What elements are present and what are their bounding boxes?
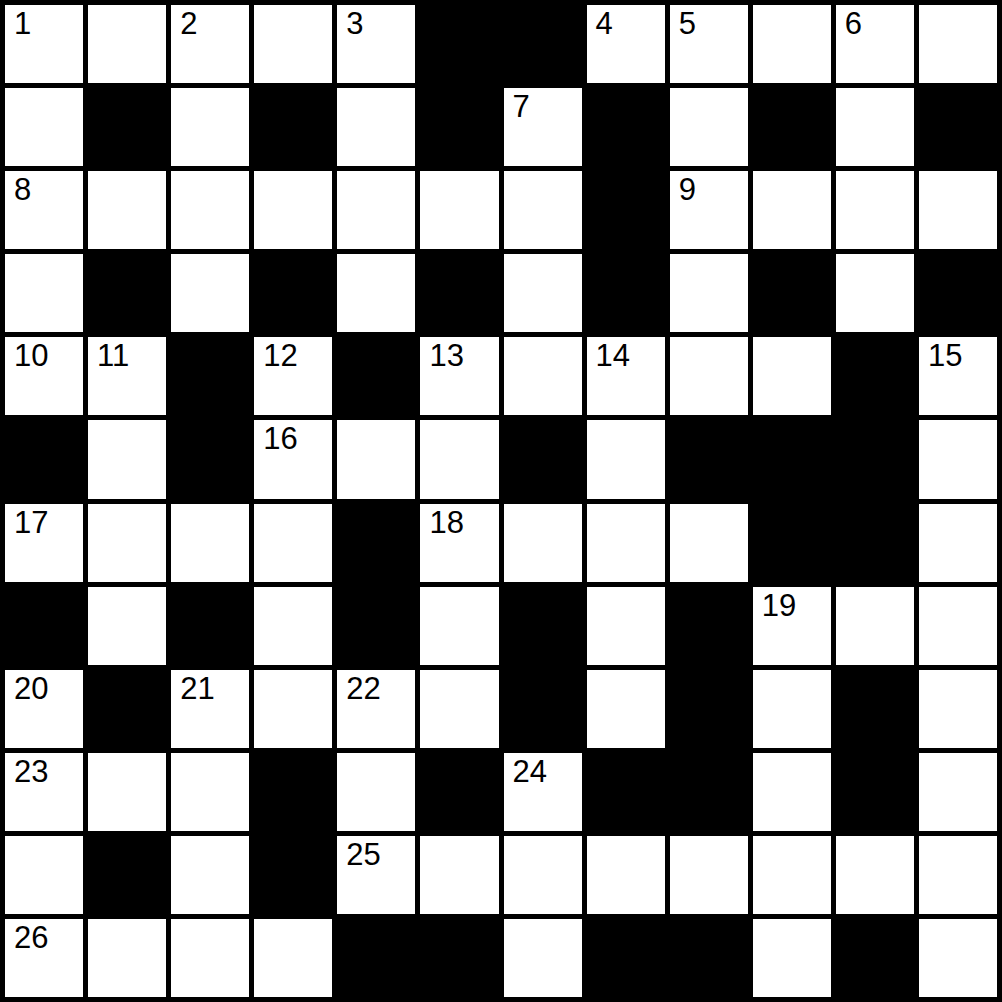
white-cell[interactable] [504, 337, 582, 415]
white-cell[interactable] [753, 670, 831, 748]
clue-number: 12 [263, 338, 297, 374]
white-cell[interactable]: 18 [420, 504, 498, 582]
white-cell[interactable] [836, 88, 914, 166]
white-cell[interactable] [587, 504, 665, 582]
black-cell [753, 88, 831, 166]
black-cell [88, 254, 166, 332]
white-cell[interactable] [5, 254, 83, 332]
white-cell[interactable] [670, 836, 748, 914]
white-cell[interactable]: 23 [5, 753, 83, 831]
white-cell[interactable] [337, 88, 415, 166]
clue-number: 5 [679, 6, 696, 42]
clue-number: 24 [513, 754, 547, 790]
white-cell[interactable] [504, 254, 582, 332]
clue-number: 3 [346, 6, 363, 42]
white-cell[interactable] [254, 587, 332, 665]
black-cell [504, 670, 582, 748]
white-cell[interactable] [753, 836, 831, 914]
white-cell[interactable] [670, 337, 748, 415]
black-cell [420, 919, 498, 997]
clue-number: 10 [14, 338, 48, 374]
white-cell[interactable] [254, 919, 332, 997]
clue-number: 21 [180, 671, 214, 707]
white-cell[interactable] [753, 171, 831, 249]
white-cell[interactable] [587, 836, 665, 914]
white-cell[interactable]: 3 [337, 5, 415, 83]
clue-number: 13 [429, 338, 463, 374]
black-cell [420, 254, 498, 332]
clue-number: 4 [596, 6, 613, 42]
white-cell[interactable] [88, 5, 166, 83]
clue-number: 6 [845, 6, 862, 42]
black-cell [504, 587, 582, 665]
black-cell [670, 919, 748, 997]
white-cell[interactable] [919, 919, 997, 997]
white-cell[interactable] [88, 587, 166, 665]
white-cell[interactable]: 15 [919, 337, 997, 415]
black-cell [836, 753, 914, 831]
white-cell[interactable]: 1 [5, 5, 83, 83]
white-cell[interactable] [171, 88, 249, 166]
black-cell [753, 504, 831, 582]
white-cell[interactable] [337, 420, 415, 498]
white-cell[interactable] [337, 753, 415, 831]
white-cell[interactable]: 5 [670, 5, 748, 83]
white-cell[interactable] [919, 836, 997, 914]
white-cell[interactable] [88, 504, 166, 582]
white-cell[interactable]: 13 [420, 337, 498, 415]
white-cell[interactable] [753, 337, 831, 415]
black-cell [337, 504, 415, 582]
white-cell[interactable] [420, 670, 498, 748]
white-cell[interactable] [171, 504, 249, 582]
white-cell[interactable]: 20 [5, 670, 83, 748]
clue-number: 15 [928, 338, 962, 374]
black-cell [670, 753, 748, 831]
clue-number: 2 [180, 6, 197, 42]
white-cell[interactable]: 11 [88, 337, 166, 415]
black-cell [171, 420, 249, 498]
white-cell[interactable] [504, 504, 582, 582]
black-cell [670, 587, 748, 665]
clue-number: 20 [14, 671, 48, 707]
black-cell [254, 254, 332, 332]
black-cell [504, 420, 582, 498]
black-cell [420, 88, 498, 166]
white-cell[interactable]: 2 [171, 5, 249, 83]
white-cell[interactable] [171, 171, 249, 249]
white-cell[interactable] [587, 587, 665, 665]
white-cell[interactable]: 6 [836, 5, 914, 83]
white-cell[interactable] [420, 171, 498, 249]
white-cell[interactable]: 22 [337, 670, 415, 748]
white-cell[interactable] [420, 836, 498, 914]
white-cell[interactable] [753, 753, 831, 831]
white-cell[interactable]: 17 [5, 504, 83, 582]
white-cell[interactable] [753, 5, 831, 83]
white-cell[interactable] [171, 753, 249, 831]
white-cell[interactable]: 19 [753, 587, 831, 665]
white-cell[interactable] [919, 420, 997, 498]
white-cell[interactable] [254, 5, 332, 83]
black-cell [587, 254, 665, 332]
white-cell[interactable] [88, 919, 166, 997]
black-cell [254, 753, 332, 831]
white-cell[interactable] [5, 836, 83, 914]
white-cell[interactable] [670, 88, 748, 166]
clue-number: 23 [14, 754, 48, 790]
black-cell [88, 88, 166, 166]
black-cell [5, 587, 83, 665]
black-cell [420, 753, 498, 831]
white-cell[interactable]: 21 [171, 670, 249, 748]
black-cell [171, 587, 249, 665]
white-cell[interactable] [337, 171, 415, 249]
black-cell [753, 254, 831, 332]
black-cell [5, 420, 83, 498]
white-cell[interactable]: 8 [5, 171, 83, 249]
black-cell [587, 88, 665, 166]
black-cell [670, 420, 748, 498]
white-cell[interactable] [919, 753, 997, 831]
black-cell [171, 337, 249, 415]
white-cell[interactable] [670, 254, 748, 332]
black-cell [337, 337, 415, 415]
clue-number: 8 [14, 172, 31, 208]
black-cell [919, 88, 997, 166]
black-cell [504, 5, 582, 83]
clue-number: 16 [263, 421, 297, 457]
white-cell[interactable] [587, 420, 665, 498]
black-cell [337, 587, 415, 665]
white-cell[interactable] [587, 670, 665, 748]
black-cell [836, 504, 914, 582]
white-cell[interactable] [254, 171, 332, 249]
clue-number: 25 [346, 837, 380, 873]
white-cell[interactable] [919, 171, 997, 249]
white-cell[interactable]: 26 [5, 919, 83, 997]
white-cell[interactable] [171, 919, 249, 997]
black-cell [753, 420, 831, 498]
white-cell[interactable] [420, 420, 498, 498]
black-cell [836, 670, 914, 748]
white-cell[interactable] [836, 254, 914, 332]
white-cell[interactable] [171, 254, 249, 332]
black-cell [587, 919, 665, 997]
white-cell[interactable]: 16 [254, 420, 332, 498]
white-cell[interactable]: 12 [254, 337, 332, 415]
black-cell [420, 5, 498, 83]
white-cell[interactable] [337, 254, 415, 332]
white-cell[interactable] [254, 504, 332, 582]
black-cell [254, 88, 332, 166]
black-cell [836, 337, 914, 415]
white-cell[interactable] [753, 919, 831, 997]
black-cell [919, 254, 997, 332]
white-cell[interactable] [171, 836, 249, 914]
white-cell[interactable] [504, 171, 582, 249]
clue-number: 7 [513, 89, 530, 125]
white-cell[interactable] [88, 753, 166, 831]
clue-number: 26 [14, 920, 48, 956]
white-cell[interactable]: 10 [5, 337, 83, 415]
white-cell[interactable]: 24 [504, 753, 582, 831]
clue-number: 11 [97, 338, 129, 374]
black-cell [337, 919, 415, 997]
black-cell [587, 171, 665, 249]
black-cell [836, 420, 914, 498]
white-cell[interactable] [919, 670, 997, 748]
black-cell [587, 753, 665, 831]
white-cell[interactable]: 4 [587, 5, 665, 83]
white-cell[interactable] [254, 670, 332, 748]
black-cell [88, 836, 166, 914]
clue-number: 19 [762, 588, 796, 624]
black-cell [670, 670, 748, 748]
white-cell[interactable] [836, 587, 914, 665]
white-cell[interactable] [88, 171, 166, 249]
white-cell[interactable] [88, 420, 166, 498]
white-cell[interactable] [670, 504, 748, 582]
clue-number: 1 [14, 6, 31, 42]
white-cell[interactable] [919, 587, 997, 665]
black-cell [254, 836, 332, 914]
black-cell [836, 919, 914, 997]
white-cell[interactable]: 9 [670, 171, 748, 249]
white-cell[interactable] [919, 5, 997, 83]
white-cell[interactable] [504, 836, 582, 914]
white-cell[interactable]: 14 [587, 337, 665, 415]
clue-number: 18 [429, 505, 463, 541]
white-cell[interactable]: 25 [337, 836, 415, 914]
white-cell[interactable]: 7 [504, 88, 582, 166]
white-cell[interactable] [420, 587, 498, 665]
clue-number: 14 [596, 338, 630, 374]
black-cell [88, 670, 166, 748]
clue-number: 17 [14, 505, 48, 541]
white-cell[interactable] [504, 919, 582, 997]
clue-number: 22 [346, 671, 380, 707]
white-cell[interactable] [836, 836, 914, 914]
white-cell[interactable] [919, 504, 997, 582]
clue-number: 9 [679, 172, 696, 208]
white-cell[interactable] [5, 88, 83, 166]
crossword-board: 1234567891011121314151617181920212223242… [0, 0, 1002, 1002]
white-cell[interactable] [836, 171, 914, 249]
